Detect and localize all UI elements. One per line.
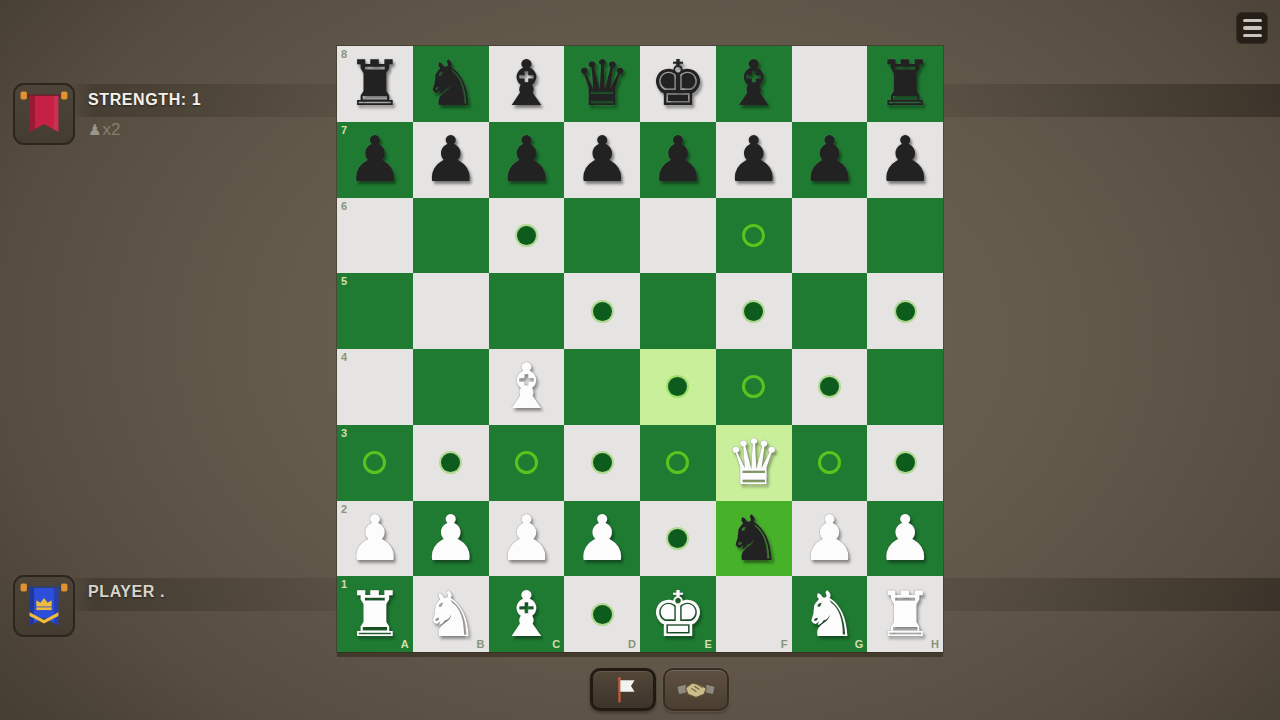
- square-h7[interactable]: ♟: [867, 122, 943, 198]
- square-f5[interactable]: [716, 273, 792, 349]
- square-g1[interactable]: G♞: [792, 576, 868, 652]
- square-e8[interactable]: ♚: [640, 46, 716, 122]
- square-b6[interactable]: [413, 198, 489, 274]
- white-bishop[interactable]: ♝: [498, 583, 554, 646]
- white-rook[interactable]: ♜: [877, 583, 933, 646]
- captured-pieces-indicator: ♟ x2: [88, 120, 120, 140]
- move-hint-dot: [668, 529, 687, 548]
- move-hint-dot: [820, 377, 839, 396]
- hamburger-icon: [1243, 19, 1262, 22]
- move-hint-dot: [668, 377, 687, 396]
- square-c7[interactable]: ♟: [489, 122, 565, 198]
- square-e3[interactable]: [640, 425, 716, 501]
- square-h6[interactable]: [867, 198, 943, 274]
- move-hint-ring: [742, 224, 765, 247]
- black-king[interactable]: ♚: [650, 52, 706, 115]
- white-pawn[interactable]: ♟: [422, 507, 478, 570]
- black-bishop[interactable]: ♝: [725, 52, 781, 115]
- square-e2[interactable]: [640, 501, 716, 577]
- square-b7[interactable]: ♟: [413, 122, 489, 198]
- square-h8[interactable]: ♜: [867, 46, 943, 122]
- square-d6[interactable]: [564, 198, 640, 274]
- square-f8[interactable]: ♝: [716, 46, 792, 122]
- black-pawn[interactable]: ♟: [650, 128, 706, 191]
- square-c8[interactable]: ♝: [489, 46, 565, 122]
- square-d3[interactable]: [564, 425, 640, 501]
- square-d1[interactable]: D: [564, 576, 640, 652]
- move-hint-ring: [666, 451, 689, 474]
- square-a1[interactable]: 1A♜: [337, 576, 413, 652]
- black-pawn[interactable]: ♟: [801, 128, 857, 191]
- black-knight[interactable]: ♞: [422, 52, 478, 115]
- black-pawn[interactable]: ♟: [498, 128, 554, 191]
- square-b8[interactable]: ♞: [413, 46, 489, 122]
- move-hint-dot: [896, 302, 915, 321]
- rank-label: 6: [341, 200, 347, 212]
- square-d2[interactable]: ♟: [564, 501, 640, 577]
- square-g2[interactable]: ♟: [792, 501, 868, 577]
- opponent-strength-label: STRENGTH: 1: [88, 91, 201, 109]
- white-bishop[interactable]: ♝: [498, 355, 554, 418]
- square-g3[interactable]: [792, 425, 868, 501]
- black-rook[interactable]: ♜: [877, 52, 933, 115]
- square-a2[interactable]: 2♟: [337, 501, 413, 577]
- square-g6[interactable]: [792, 198, 868, 274]
- square-f2[interactable]: ♞: [716, 501, 792, 577]
- move-hint-dot: [896, 453, 915, 472]
- white-rook[interactable]: ♜: [347, 583, 403, 646]
- black-pawn[interactable]: ♟: [877, 128, 933, 191]
- move-hint-ring: [818, 451, 841, 474]
- player-avatar: [13, 575, 75, 637]
- square-b3[interactable]: [413, 425, 489, 501]
- black-knight[interactable]: ♞: [725, 507, 781, 570]
- square-f1[interactable]: F: [716, 576, 792, 652]
- white-king[interactable]: ♚: [650, 583, 706, 646]
- white-pawn[interactable]: ♟: [498, 507, 554, 570]
- rank-label: 3: [341, 427, 347, 439]
- white-knight[interactable]: ♞: [801, 583, 857, 646]
- move-hint-dot: [744, 302, 763, 321]
- square-a7[interactable]: 7♟: [337, 122, 413, 198]
- player-name-label: PLAYER .: [88, 583, 165, 601]
- square-e5[interactable]: [640, 273, 716, 349]
- captured-count: x2: [102, 120, 120, 140]
- square-a4[interactable]: 4: [337, 349, 413, 425]
- white-knight[interactable]: ♞: [422, 583, 478, 646]
- blue-banner-icon: [17, 579, 71, 633]
- square-a8[interactable]: 8♜: [337, 46, 413, 122]
- square-d7[interactable]: ♟: [564, 122, 640, 198]
- white-pawn[interactable]: ♟: [347, 507, 403, 570]
- opponent-avatar: [13, 83, 75, 145]
- menu-button[interactable]: [1236, 12, 1268, 44]
- square-c2[interactable]: ♟: [489, 501, 565, 577]
- rank-label: 4: [341, 351, 347, 363]
- square-d4[interactable]: [564, 349, 640, 425]
- move-hint-dot: [593, 302, 612, 321]
- black-queen[interactable]: ♛: [574, 52, 630, 115]
- square-c3[interactable]: [489, 425, 565, 501]
- file-label: F: [781, 638, 788, 650]
- square-g4[interactable]: [792, 349, 868, 425]
- square-c1[interactable]: C♝: [489, 576, 565, 652]
- square-b1[interactable]: B♞: [413, 576, 489, 652]
- black-pawn[interactable]: ♟: [347, 128, 403, 191]
- square-e1[interactable]: E♚: [640, 576, 716, 652]
- move-hint-ring: [742, 375, 765, 398]
- square-h2[interactable]: ♟: [867, 501, 943, 577]
- black-bishop[interactable]: ♝: [498, 52, 554, 115]
- square-b4[interactable]: [413, 349, 489, 425]
- white-pawn[interactable]: ♟: [574, 507, 630, 570]
- square-c5[interactable]: [489, 273, 565, 349]
- square-d5[interactable]: [564, 273, 640, 349]
- square-f6[interactable]: [716, 198, 792, 274]
- move-hint-dot: [593, 453, 612, 472]
- rank-label: 5: [341, 275, 347, 287]
- square-a6[interactable]: 6: [337, 198, 413, 274]
- square-e4[interactable]: [640, 349, 716, 425]
- move-hint-ring: [515, 451, 538, 474]
- square-f3[interactable]: ♛: [716, 425, 792, 501]
- square-b5[interactable]: [413, 273, 489, 349]
- white-flag-icon: [604, 674, 642, 706]
- square-f4[interactable]: [716, 349, 792, 425]
- red-banner-icon: [17, 87, 71, 141]
- black-rook[interactable]: ♜: [347, 52, 403, 115]
- square-c6[interactable]: [489, 198, 565, 274]
- move-hint-dot: [441, 453, 460, 472]
- square-c4[interactable]: ♝: [489, 349, 565, 425]
- black-pawn[interactable]: ♟: [574, 128, 630, 191]
- square-h5[interactable]: [867, 273, 943, 349]
- resign-button[interactable]: [590, 668, 656, 711]
- square-h1[interactable]: H♜: [867, 576, 943, 652]
- square-e6[interactable]: [640, 198, 716, 274]
- move-hint-dot: [517, 226, 536, 245]
- move-hint-ring: [363, 451, 386, 474]
- white-queen[interactable]: ♛: [725, 431, 781, 494]
- move-hint-dot: [593, 605, 612, 624]
- square-g7[interactable]: ♟: [792, 122, 868, 198]
- handshake-icon: [677, 674, 715, 706]
- square-f7[interactable]: ♟: [716, 122, 792, 198]
- square-b2[interactable]: ♟: [413, 501, 489, 577]
- chess-board: 8♜♞♝♛♚♝♜7♟♟♟♟♟♟♟♟654♝3♛2♟♟♟♟♞♟♟1A♜B♞C♝DE…: [337, 46, 943, 652]
- square-e7[interactable]: ♟: [640, 122, 716, 198]
- square-d8[interactable]: ♛: [564, 46, 640, 122]
- offer-draw-button[interactable]: [663, 668, 729, 711]
- square-h4[interactable]: [867, 349, 943, 425]
- square-h3[interactable]: [867, 425, 943, 501]
- black-pawn[interactable]: ♟: [422, 128, 478, 191]
- white-pawn[interactable]: ♟: [801, 507, 857, 570]
- captured-pawn-icon: ♟: [88, 121, 101, 139]
- black-pawn[interactable]: ♟: [725, 128, 781, 191]
- file-label: D: [628, 638, 636, 650]
- square-a3[interactable]: 3: [337, 425, 413, 501]
- square-g8[interactable]: [792, 46, 868, 122]
- square-g5[interactable]: [792, 273, 868, 349]
- white-pawn[interactable]: ♟: [877, 507, 933, 570]
- square-a5[interactable]: 5: [337, 273, 413, 349]
